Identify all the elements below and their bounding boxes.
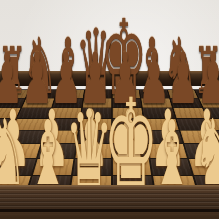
board-frame: [0, 185, 219, 219]
chess-set-photo: ♜♞♝♛♚♝♞♜♟♟♟♟♟♟♟♟♟♟♟♟♟♟♟♟♜♞♝♛♚♝♞♜: [0, 0, 219, 219]
frame-lower-molding: [0, 212, 219, 219]
frame-seam: [0, 209, 219, 212]
